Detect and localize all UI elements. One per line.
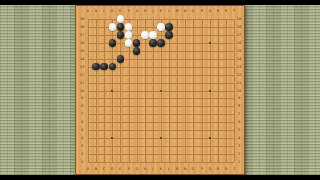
coord-letter: A [85,167,91,171]
go-board[interactable]: ABCDEFGHJKLMNOPQRST ABCDEFGHJKLMNOPQRST … [75,5,245,175]
coord-number: 6 [236,120,242,124]
coord-number: 15 [79,49,85,53]
star-point [160,90,162,92]
grid-line-horizontal [88,154,234,155]
coord-letter: C [101,9,107,13]
coord-number: 8 [79,104,85,108]
coord-letter: L [166,9,172,13]
white-stone[interactable] [149,31,157,39]
coord-letter: L [166,167,172,171]
coord-number: 2 [79,152,85,156]
coord-number: 9 [79,96,85,100]
coord-number: 11 [79,81,85,85]
coord-letter: S [223,167,229,171]
black-stone[interactable] [133,47,141,55]
black-stone[interactable] [92,63,100,71]
coord-number: 15 [236,49,242,53]
coord-number: 18 [236,25,242,29]
coord-number: 5 [236,128,242,132]
coord-letter: R [215,9,221,13]
coord-number: 13 [79,65,85,69]
black-stone[interactable] [117,31,125,39]
grid-line-horizontal [88,122,234,123]
coord-number: 8 [236,104,242,108]
video-frame: ABCDEFGHJKLMNOPQRST ABCDEFGHJKLMNOPQRST … [0,0,320,180]
coord-number: 12 [236,73,242,77]
coord-number: 7 [79,112,85,116]
white-stone[interactable] [109,23,117,31]
white-stone[interactable] [141,31,149,39]
coord-letter: G [134,9,140,13]
grid-line-horizontal [88,98,234,99]
black-stone[interactable] [133,39,141,47]
coord-number: 17 [79,33,85,37]
black-stone[interactable] [117,55,125,63]
coord-letter: R [215,167,221,171]
coord-letter: C [101,167,107,171]
white-stone[interactable] [117,15,125,23]
coord-letter: H [142,167,148,171]
coord-letter: B [93,167,99,171]
grid-line-horizontal [88,146,234,147]
coord-number: 13 [236,65,242,69]
star-point [209,137,211,139]
coord-letter: Q [207,9,213,13]
coord-number: 19 [79,17,85,21]
coord-number: 1 [236,160,242,164]
coord-number: 5 [79,128,85,132]
coord-letter: Q [207,167,213,171]
coord-number: 14 [236,57,242,61]
coord-number: 16 [236,41,242,45]
black-stone[interactable] [117,23,125,31]
coord-number: 18 [79,25,85,29]
grid-line-vertical [218,19,219,162]
white-stone[interactable] [125,31,133,39]
coord-number: 3 [236,144,242,148]
coord-number: 3 [79,144,85,148]
coord-letter: P [199,9,205,13]
coord-letter: M [174,9,180,13]
coord-letter: K [158,9,164,13]
grid-line-vertical [226,19,227,162]
grid-line-vertical [185,19,186,162]
grid-line-horizontal [88,106,234,107]
grid-line-vertical [234,19,235,162]
black-stone[interactable] [149,39,157,47]
star-point [209,90,211,92]
coord-letter: E [117,9,123,13]
coord-number: 11 [236,81,242,85]
coord-letter: T [231,167,237,171]
black-stone[interactable] [165,31,173,39]
black-stone[interactable] [109,63,117,71]
grid-line-horizontal [88,130,234,131]
black-stone[interactable] [157,39,165,47]
coord-letter: O [190,9,196,13]
grid-line-vertical [177,19,178,162]
star-point [111,90,113,92]
coord-number: 9 [236,96,242,100]
coord-letter: T [231,9,237,13]
star-point [209,42,211,44]
grid-line-horizontal [88,162,234,163]
coord-letter: M [174,167,180,171]
black-stone[interactable] [109,39,117,47]
white-stone[interactable] [125,23,133,31]
coord-letter: N [182,9,188,13]
star-point [160,137,162,139]
coord-letter: D [109,9,115,13]
coord-number: 7 [236,112,242,116]
coord-number: 19 [236,17,242,21]
coord-letter: J [150,167,156,171]
coord-number: 12 [79,73,85,77]
grid-line-vertical [169,19,170,162]
coord-number: 17 [236,33,242,37]
coord-number: 14 [79,57,85,61]
black-stone[interactable] [165,23,173,31]
coord-letter: O [190,167,196,171]
coord-letter: F [126,167,132,171]
coord-number: 6 [79,120,85,124]
coord-number: 10 [236,89,242,93]
coord-number: 2 [236,152,242,156]
letterbox-top [0,0,320,5]
coord-letter: N [182,167,188,171]
star-point [111,137,113,139]
white-stone[interactable] [157,23,165,31]
coord-letter: S [223,9,229,13]
coord-letter: F [126,9,132,13]
white-stone[interactable] [125,39,133,47]
grid-line-vertical [202,19,203,162]
coord-number: 16 [79,41,85,45]
coord-letter: P [199,167,205,171]
grid-line-horizontal [88,114,234,115]
coord-number: 10 [79,89,85,93]
coord-letter: H [142,9,148,13]
coord-letter: K [158,167,164,171]
coord-number: 1 [79,160,85,164]
letterbox-bottom [0,175,320,180]
coord-number: 4 [236,136,242,140]
grid-line-vertical [193,19,194,162]
coord-letter: G [134,167,140,171]
coord-letter: B [93,9,99,13]
coord-letter: D [109,167,115,171]
board-grid[interactable] [88,19,234,162]
coord-letter: E [117,167,123,171]
coord-letter: A [85,9,91,13]
coord-letter: J [150,9,156,13]
black-stone[interactable] [100,63,108,71]
coord-number: 4 [79,136,85,140]
